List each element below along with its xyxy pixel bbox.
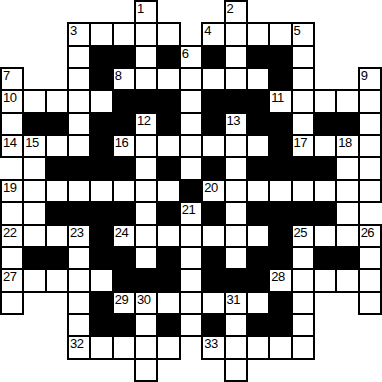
block-cell-r11c12: [269, 247, 291, 269]
void-r0c16: [359, 1, 381, 23]
void-r16c16: [359, 359, 381, 381]
void-r2c2: [46, 46, 68, 68]
white-cell-r5c16[interactable]: [359, 113, 381, 135]
white-cell-r6c0[interactable]: 14: [1, 135, 23, 157]
white-cell-r11c13[interactable]: [292, 247, 314, 269]
white-cell-r12c0[interactable]: 27: [1, 269, 23, 291]
white-cell-r15c10[interactable]: [225, 336, 247, 358]
white-cell-r15c11[interactable]: [247, 336, 269, 358]
white-cell-r8c14[interactable]: [314, 180, 336, 202]
block-cell-r6c12: [269, 135, 291, 157]
block-cell-r5c4: [90, 113, 112, 135]
white-cell-r3c9[interactable]: [202, 68, 224, 90]
void-r13c1: [23, 292, 45, 314]
white-cell-r10c8[interactable]: [180, 225, 202, 247]
white-cell-r10c11[interactable]: [247, 225, 269, 247]
white-cell-r13c7[interactable]: [157, 292, 179, 314]
block-cell-r11c15: [336, 247, 358, 269]
white-cell-r13c0[interactable]: [1, 292, 23, 314]
block-cell-r9c2: [46, 202, 68, 224]
crossword-page: 1234567891011121314151617181920212223242…: [0, 0, 382, 382]
void-r0c8: [180, 1, 202, 23]
white-cell-r8c15[interactable]: [336, 180, 358, 202]
block-cell-r4c9: [202, 90, 224, 112]
void-r14c2: [46, 314, 68, 336]
white-cell-r7c16[interactable]: [359, 157, 381, 179]
clue-number-28: 28: [271, 270, 284, 284]
white-cell-r10c15[interactable]: [336, 225, 358, 247]
void-r2c14: [314, 46, 336, 68]
clue-number-1: 1: [137, 2, 144, 16]
white-cell-r8c4[interactable]: [90, 180, 112, 202]
white-cell-r10c14[interactable]: [314, 225, 336, 247]
white-cell-r4c3[interactable]: [68, 90, 90, 112]
clue-number-15: 15: [25, 136, 38, 150]
clue-number-21: 21: [182, 203, 195, 217]
white-cell-r9c0[interactable]: [1, 202, 23, 224]
white-cell-r4c13[interactable]: [292, 90, 314, 112]
white-cell-r6c16[interactable]: [359, 135, 381, 157]
white-cell-r2c6[interactable]: [135, 46, 157, 68]
clue-number-32: 32: [70, 337, 83, 351]
white-cell-r12c8[interactable]: [180, 269, 202, 291]
white-cell-r2c13[interactable]: [292, 46, 314, 68]
block-cell-r13c4: [90, 292, 112, 314]
white-cell-r10c10[interactable]: [225, 225, 247, 247]
white-cell-r12c15[interactable]: [336, 269, 358, 291]
block-cell-r12c5: [113, 269, 135, 291]
block-cell-r7c4: [90, 157, 112, 179]
white-cell-r6c8[interactable]: [180, 135, 202, 157]
white-cell-r12c4[interactable]: [90, 269, 112, 291]
white-cell-r10c2[interactable]: [46, 225, 68, 247]
white-cell-r15c6[interactable]: [135, 336, 157, 358]
white-cell-r10c9[interactable]: [202, 225, 224, 247]
white-cell-r2c8[interactable]: 6: [180, 46, 202, 68]
white-cell-r0c10[interactable]: 2: [225, 1, 247, 23]
void-r16c7: [157, 359, 179, 381]
white-cell-r13c16[interactable]: [359, 292, 381, 314]
white-cell-r7c10[interactable]: [225, 157, 247, 179]
white-cell-r14c8[interactable]: [180, 314, 202, 336]
white-cell-r11c6[interactable]: [135, 247, 157, 269]
white-cell-r4c2[interactable]: [46, 90, 68, 112]
white-cell-r1c11[interactable]: [247, 23, 269, 45]
white-cell-r3c10[interactable]: [225, 68, 247, 90]
void-r9c16: [359, 202, 381, 224]
white-cell-r4c14[interactable]: [314, 90, 336, 112]
void-r14c15: [336, 314, 358, 336]
white-cell-r5c0[interactable]: [1, 113, 23, 135]
white-cell-r13c5[interactable]: 29: [113, 292, 135, 314]
white-cell-r3c11[interactable]: [247, 68, 269, 90]
clue-number-25: 25: [294, 226, 307, 240]
white-cell-r13c6[interactable]: 30: [135, 292, 157, 314]
white-cell-r9c1[interactable]: [23, 202, 45, 224]
block-cell-r14c12: [269, 314, 291, 336]
white-cell-r5c13[interactable]: [292, 113, 314, 135]
white-cell-r6c5[interactable]: 16: [113, 135, 135, 157]
white-cell-r12c12[interactable]: 28: [269, 269, 291, 291]
white-cell-r13c13[interactable]: [292, 292, 314, 314]
white-cell-r7c8[interactable]: [180, 157, 202, 179]
block-cell-r7c11: [247, 157, 269, 179]
void-r3c1: [23, 68, 45, 90]
void-r16c5: [113, 359, 135, 381]
void-r16c13: [292, 359, 314, 381]
block-cell-r7c5: [113, 157, 135, 179]
white-cell-r8c0[interactable]: 19: [1, 180, 23, 202]
white-cell-r8c11[interactable]: [247, 180, 269, 202]
block-cell-r9c13: [292, 202, 314, 224]
white-cell-r6c3[interactable]: [68, 135, 90, 157]
clue-number-11: 11: [271, 91, 284, 105]
void-r16c8: [180, 359, 202, 381]
block-cell-r12c10: [225, 269, 247, 291]
white-cell-r11c8[interactable]: [180, 247, 202, 269]
white-cell-r4c15[interactable]: [336, 90, 358, 112]
void-r16c12: [269, 359, 291, 381]
white-cell-r8c2[interactable]: [46, 180, 68, 202]
white-cell-r12c16[interactable]: [359, 269, 381, 291]
white-cell-r8c16[interactable]: [359, 180, 381, 202]
white-cell-r13c10[interactable]: 31: [225, 292, 247, 314]
clue-number-6: 6: [182, 47, 189, 61]
white-cell-r15c4[interactable]: [90, 336, 112, 358]
block-cell-r9c3: [68, 202, 90, 224]
block-cell-r12c9: [202, 269, 224, 291]
white-cell-r8c7[interactable]: [157, 180, 179, 202]
void-r16c11: [247, 359, 269, 381]
white-cell-r1c6[interactable]: [135, 23, 157, 45]
clue-number-29: 29: [115, 293, 128, 307]
clue-number-20: 20: [204, 181, 217, 195]
void-r0c15: [336, 1, 358, 23]
block-cell-r10c4: [90, 225, 112, 247]
block-cell-r7c12: [269, 157, 291, 179]
void-r16c0: [1, 359, 23, 381]
white-cell-r4c4[interactable]: [90, 90, 112, 112]
block-cell-r11c1: [23, 247, 45, 269]
white-cell-r0c6[interactable]: 1: [135, 1, 157, 23]
white-cell-r11c0[interactable]: [1, 247, 23, 269]
void-r15c0: [1, 336, 23, 358]
clue-number-4: 4: [204, 24, 211, 38]
block-cell-r12c6: [135, 269, 157, 291]
white-cell-r11c3[interactable]: [68, 247, 90, 269]
clue-number-27: 27: [3, 270, 16, 284]
white-cell-r3c3[interactable]: [68, 68, 90, 90]
white-cell-r8c12[interactable]: [269, 180, 291, 202]
void-r15c1: [23, 336, 45, 358]
block-cell-r12c11: [247, 269, 269, 291]
white-cell-r1c7[interactable]: [157, 23, 179, 45]
clue-number-31: 31: [227, 293, 240, 307]
white-cell-r4c1[interactable]: [23, 90, 45, 112]
clue-number-26: 26: [361, 226, 374, 240]
clue-number-18: 18: [338, 136, 351, 150]
block-cell-r4c10: [225, 90, 247, 112]
white-cell-r12c1[interactable]: [23, 269, 45, 291]
void-r15c14: [314, 336, 336, 358]
white-cell-r4c12[interactable]: 11: [269, 90, 291, 112]
white-cell-r1c5[interactable]: [113, 23, 135, 45]
block-cell-r11c2: [46, 247, 68, 269]
clue-number-10: 10: [3, 91, 16, 105]
white-cell-r2c3[interactable]: [68, 46, 90, 68]
white-cell-r8c3[interactable]: [68, 180, 90, 202]
clue-number-8: 8: [115, 69, 122, 83]
block-cell-r5c15: [336, 113, 358, 135]
white-cell-r10c5[interactable]: 24: [113, 225, 135, 247]
white-cell-r11c16[interactable]: [359, 247, 381, 269]
white-cell-r14c10[interactable]: [225, 314, 247, 336]
block-cell-r9c4: [90, 202, 112, 224]
white-cell-r10c3[interactable]: 23: [68, 225, 90, 247]
white-cell-r4c0[interactable]: 10: [1, 90, 23, 112]
white-cell-r3c13[interactable]: [292, 68, 314, 90]
clue-number-12: 12: [137, 114, 150, 128]
block-cell-r14c11: [247, 314, 269, 336]
block-cell-r5c5: [113, 113, 135, 135]
white-cell-r13c3[interactable]: [68, 292, 90, 314]
clue-number-30: 30: [137, 293, 150, 307]
void-r0c12: [269, 1, 291, 23]
block-cell-r5c12: [269, 113, 291, 135]
white-cell-r3c16[interactable]: 9: [359, 68, 381, 90]
block-cell-r11c5: [113, 247, 135, 269]
white-cell-r1c12[interactable]: [269, 23, 291, 45]
void-r1c2: [46, 23, 68, 45]
void-r14c1: [23, 314, 45, 336]
clue-number-9: 9: [361, 69, 368, 83]
block-cell-r11c4: [90, 247, 112, 269]
clue-number-2: 2: [227, 2, 234, 16]
white-cell-r5c6[interactable]: 12: [135, 113, 157, 135]
white-cell-r15c13[interactable]: [292, 336, 314, 358]
void-r13c14: [314, 292, 336, 314]
white-cell-r6c11[interactable]: [247, 135, 269, 157]
white-cell-r14c6[interactable]: [135, 314, 157, 336]
white-cell-r7c1[interactable]: [23, 157, 45, 179]
block-cell-r4c5: [113, 90, 135, 112]
void-r15c8: [180, 336, 202, 358]
void-r16c4: [90, 359, 112, 381]
white-cell-r8c13[interactable]: [292, 180, 314, 202]
white-cell-r12c14[interactable]: [314, 269, 336, 291]
white-cell-r10c13[interactable]: 25: [292, 225, 314, 247]
white-cell-r9c15[interactable]: [336, 202, 358, 224]
white-cell-r3c7[interactable]: [157, 68, 179, 90]
block-cell-r5c14: [314, 113, 336, 135]
void-r16c1: [23, 359, 45, 381]
block-cell-r13c12: [269, 292, 291, 314]
white-cell-r5c8[interactable]: [180, 113, 202, 135]
block-cell-r8c8: [180, 180, 202, 202]
void-r0c4: [90, 1, 112, 23]
block-cell-r14c5: [113, 314, 135, 336]
block-cell-r9c9: [202, 202, 224, 224]
block-cell-r14c9: [202, 314, 224, 336]
block-cell-r2c12: [269, 46, 291, 68]
white-cell-r8c9[interactable]: 20: [202, 180, 224, 202]
block-cell-r10c12: [269, 225, 291, 247]
white-cell-r6c7[interactable]: [157, 135, 179, 157]
block-cell-r12c7: [157, 269, 179, 291]
white-cell-r6c1[interactable]: 15: [23, 135, 45, 157]
block-cell-r4c7: [157, 90, 179, 112]
white-cell-r10c7[interactable]: [157, 225, 179, 247]
block-cell-r3c4: [90, 68, 112, 90]
void-r7c0: [1, 157, 23, 179]
white-cell-r9c8[interactable]: 21: [180, 202, 202, 224]
white-cell-r16c6[interactable]: [135, 359, 157, 381]
void-r15c2: [46, 336, 68, 358]
block-cell-r7c2: [46, 157, 68, 179]
void-r0c2: [46, 1, 68, 23]
white-cell-r15c3[interactable]: 32: [68, 336, 90, 358]
white-cell-r10c1[interactable]: [23, 225, 45, 247]
block-cell-r11c11: [247, 247, 269, 269]
white-cell-r6c15[interactable]: 18: [336, 135, 358, 157]
void-r16c15: [336, 359, 358, 381]
white-cell-r10c6[interactable]: [135, 225, 157, 247]
white-cell-r12c3[interactable]: [68, 269, 90, 291]
white-cell-r6c2[interactable]: [46, 135, 68, 157]
white-cell-r9c6[interactable]: [135, 202, 157, 224]
white-cell-r5c3[interactable]: [68, 113, 90, 135]
block-cell-r6c4: [90, 135, 112, 157]
void-r14c16: [359, 314, 381, 336]
void-r14c0: [1, 314, 23, 336]
white-cell-r4c8[interactable]: [180, 90, 202, 112]
void-r0c5: [113, 1, 135, 23]
clue-number-24: 24: [115, 226, 128, 240]
white-cell-r8c10[interactable]: [225, 180, 247, 202]
void-r15c16: [359, 336, 381, 358]
block-cell-r9c12: [269, 202, 291, 224]
void-r0c9: [202, 1, 224, 23]
white-cell-r7c15[interactable]: [336, 157, 358, 179]
block-cell-r9c7: [157, 202, 179, 224]
void-r2c1: [23, 46, 45, 68]
white-cell-r6c10[interactable]: [225, 135, 247, 157]
white-cell-r15c7[interactable]: [157, 336, 179, 358]
crossword-grid: 1234567891011121314151617181920212223242…: [0, 0, 382, 382]
white-cell-r15c12[interactable]: [269, 336, 291, 358]
white-cell-r16c10[interactable]: [225, 359, 247, 381]
clue-number-23: 23: [70, 226, 83, 240]
void-r16c3: [68, 359, 90, 381]
white-cell-r5c10[interactable]: 13: [225, 113, 247, 135]
void-r0c14: [314, 1, 336, 23]
clue-number-22: 22: [3, 226, 16, 240]
void-r13c15: [336, 292, 358, 314]
block-cell-r3c12: [269, 68, 291, 90]
white-cell-r13c8[interactable]: [180, 292, 202, 314]
void-r15c15: [336, 336, 358, 358]
white-cell-r3c8[interactable]: [180, 68, 202, 90]
void-r3c14: [314, 68, 336, 90]
block-cell-r7c9: [202, 157, 224, 179]
void-r1c1: [23, 23, 45, 45]
clue-number-33: 33: [204, 337, 217, 351]
block-cell-r7c14: [314, 157, 336, 179]
void-r0c1: [23, 1, 45, 23]
white-cell-r6c9[interactable]: [202, 135, 224, 157]
void-r16c9: [202, 359, 224, 381]
block-cell-r5c9: [202, 113, 224, 135]
void-r1c8: [180, 23, 202, 45]
white-cell-r1c4[interactable]: [90, 23, 112, 45]
void-r0c0: [1, 1, 23, 23]
clue-number-7: 7: [3, 69, 10, 83]
block-cell-r5c1: [23, 113, 45, 135]
block-cell-r11c14: [314, 247, 336, 269]
clue-number-5: 5: [294, 24, 301, 38]
block-cell-r5c2: [46, 113, 68, 135]
white-cell-r8c1[interactable]: [23, 180, 45, 202]
void-r1c14: [314, 23, 336, 45]
white-cell-r6c14[interactable]: [314, 135, 336, 157]
white-cell-r7c6[interactable]: [135, 157, 157, 179]
clue-number-19: 19: [3, 181, 16, 195]
white-cell-r1c9[interactable]: 4: [202, 23, 224, 45]
block-cell-r4c11: [247, 90, 269, 112]
white-cell-r11c10[interactable]: [225, 247, 247, 269]
block-cell-r5c7: [157, 113, 179, 135]
white-cell-r12c2[interactable]: [46, 269, 68, 291]
white-cell-r15c9[interactable]: 33: [202, 336, 224, 358]
white-cell-r8c6[interactable]: [135, 180, 157, 202]
block-cell-r2c7: [157, 46, 179, 68]
white-cell-r1c3[interactable]: 3: [68, 23, 90, 45]
block-cell-r5c11: [247, 113, 269, 135]
white-cell-r3c5[interactable]: 8: [113, 68, 135, 90]
clue-number-13: 13: [227, 114, 240, 128]
white-cell-r6c6[interactable]: [135, 135, 157, 157]
white-cell-r15c5[interactable]: [113, 336, 135, 358]
void-r3c15: [336, 68, 358, 90]
void-r3c2: [46, 68, 68, 90]
white-cell-r2c10[interactable]: [225, 46, 247, 68]
white-cell-r3c0[interactable]: 7: [1, 68, 23, 90]
void-r1c16: [359, 23, 381, 45]
white-cell-r10c16[interactable]: 26: [359, 225, 381, 247]
white-cell-r14c13[interactable]: [292, 314, 314, 336]
white-cell-r9c10[interactable]: [225, 202, 247, 224]
block-cell-r4c6: [135, 90, 157, 112]
white-cell-r13c11[interactable]: [247, 292, 269, 314]
white-cell-r1c10[interactable]: [225, 23, 247, 45]
block-cell-r2c11: [247, 46, 269, 68]
white-cell-r12c13[interactable]: [292, 269, 314, 291]
white-cell-r6c13[interactable]: 17: [292, 135, 314, 157]
void-r0c3: [68, 1, 90, 23]
white-cell-r3c6[interactable]: [135, 68, 157, 90]
white-cell-r8c5[interactable]: [113, 180, 135, 202]
block-cell-r11c7: [157, 247, 179, 269]
block-cell-r2c5: [113, 46, 135, 68]
white-cell-r13c9[interactable]: [202, 292, 224, 314]
white-cell-r4c16[interactable]: [359, 90, 381, 112]
void-r2c16: [359, 46, 381, 68]
white-cell-r1c13[interactable]: 5: [292, 23, 314, 45]
white-cell-r10c0[interactable]: 22: [1, 225, 23, 247]
clue-number-17: 17: [294, 136, 307, 150]
void-r0c7: [157, 1, 179, 23]
white-cell-r14c3[interactable]: [68, 314, 90, 336]
